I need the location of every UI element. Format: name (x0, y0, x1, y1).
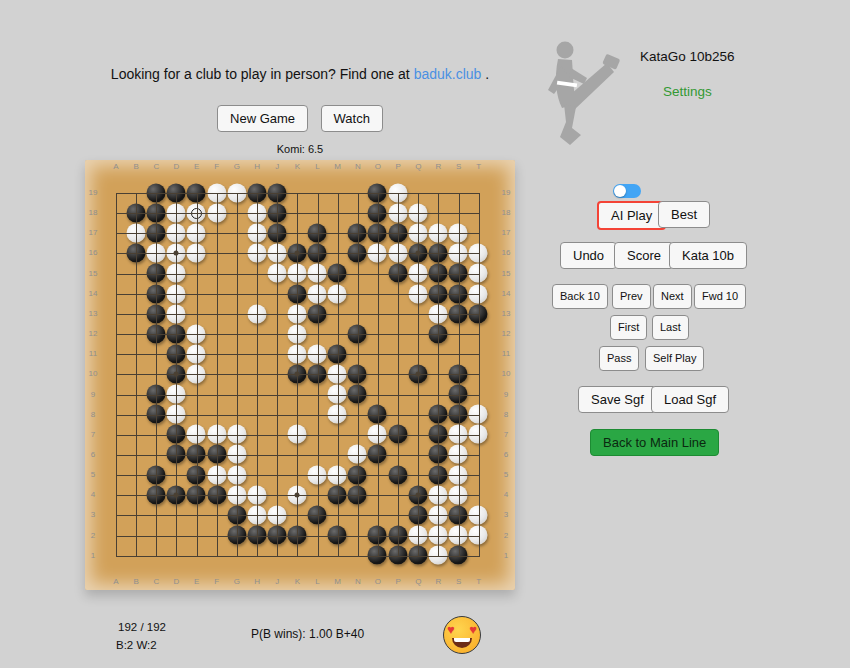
column-label: O (375, 578, 381, 586)
go-board[interactable]: AABBCCDDEEFFGGHHJJKKLLMMNNOOPPQQRRSSTT19… (85, 160, 515, 590)
row-label: 14 (89, 290, 98, 298)
column-label: C (153, 578, 159, 586)
undo-button[interactable]: Undo (560, 242, 617, 269)
back-10-button[interactable]: Back 10 (552, 284, 608, 309)
move-counter: 192 / 192 (118, 621, 166, 633)
column-label: E (194, 163, 199, 171)
best-button[interactable]: Best (658, 201, 710, 228)
club-text-suffix: . (485, 66, 489, 82)
settings-link[interactable]: Settings (663, 84, 712, 99)
watch-button[interactable]: Watch (321, 105, 383, 132)
first-button[interactable]: First (610, 315, 647, 340)
last-button[interactable]: Last (652, 315, 689, 340)
fwd-10-button[interactable]: Fwd 10 (694, 284, 746, 309)
row-label: 19 (89, 189, 98, 197)
grid-line-v (438, 193, 439, 557)
grid-line-v (338, 193, 339, 557)
column-label: M (334, 578, 341, 586)
star-point (295, 251, 300, 256)
grid-line-v (479, 193, 480, 557)
star-point (416, 372, 421, 377)
column-label: Q (415, 163, 421, 171)
column-label: F (214, 163, 219, 171)
column-label: L (315, 578, 319, 586)
next-button[interactable]: Next (653, 284, 692, 309)
column-label: H (254, 163, 260, 171)
row-label: 7 (91, 431, 95, 439)
star-point (295, 372, 300, 377)
column-label: K (295, 163, 300, 171)
column-label: L (315, 163, 319, 171)
column-label: P (395, 578, 400, 586)
column-label: J (275, 578, 279, 586)
row-label: 6 (91, 451, 95, 459)
column-label: O (375, 163, 381, 171)
komi-label: Komi: 6.5 (85, 143, 515, 155)
grid-line-v (378, 193, 379, 557)
column-label: Q (415, 578, 421, 586)
new-game-button[interactable]: New Game (217, 105, 308, 132)
heart-eyes-emoji: ♥♥ (443, 616, 481, 654)
grid-line-h (116, 455, 480, 456)
kata-10b-button[interactable]: Kata 10b (669, 242, 747, 269)
column-label: G (234, 163, 240, 171)
column-label: G (234, 578, 240, 586)
star-point (174, 493, 179, 498)
row-label: 16 (89, 249, 98, 257)
star-point (416, 493, 421, 498)
baduk-club-link[interactable]: baduk.club (414, 66, 482, 82)
row-label: 11 (502, 350, 510, 358)
column-label: N (355, 163, 361, 171)
self-play-button[interactable]: Self Play (645, 346, 704, 371)
ai-play-button[interactable]: AI Play (597, 201, 666, 230)
grid-line-v (459, 193, 460, 557)
star-point (174, 251, 179, 256)
column-label: A (113, 163, 118, 171)
row-label: 12 (89, 330, 98, 338)
row-label: 13 (89, 310, 98, 318)
prev-button[interactable]: Prev (612, 284, 651, 309)
column-label: S (456, 578, 461, 586)
column-label: A (113, 578, 118, 586)
row-label: 15 (89, 270, 98, 278)
engine-name-label: KataGo 10b (640, 49, 712, 64)
karate-kick-logo (535, 38, 630, 150)
row-label: 6 (504, 451, 508, 459)
column-label: E (194, 578, 199, 586)
grid-line-h (116, 415, 480, 416)
row-label: 14 (502, 290, 511, 298)
row-label: 11 (89, 350, 97, 358)
column-label: B (133, 163, 138, 171)
column-label: D (174, 163, 180, 171)
row-label: 9 (504, 391, 508, 399)
column-label: F (214, 578, 219, 586)
column-label: T (476, 163, 481, 171)
grid-line-h (116, 475, 480, 476)
grid-line-v (358, 193, 359, 557)
row-label: 1 (91, 552, 95, 560)
row-label: 5 (504, 471, 508, 479)
row-label: 4 (504, 491, 508, 499)
win-probability-label: P(B wins): 1.00 B+40 (251, 627, 364, 641)
row-label: 8 (504, 411, 508, 419)
column-label: D (174, 578, 180, 586)
row-label: 18 (89, 209, 98, 217)
engine-visits-label: 256 (712, 49, 735, 64)
grid-line-h (116, 556, 480, 557)
load-sgf-button[interactable]: Load Sgf (651, 386, 729, 413)
row-label: 19 (502, 189, 511, 197)
column-label: T (476, 578, 481, 586)
grid-line-v (398, 193, 399, 557)
row-label: 8 (91, 411, 95, 419)
row-label: 2 (504, 532, 508, 540)
row-label: 9 (91, 391, 95, 399)
row-label: 3 (91, 511, 95, 519)
star-point (295, 493, 300, 498)
row-label: 12 (502, 330, 511, 338)
column-label: P (395, 163, 400, 171)
row-label: 7 (504, 431, 508, 439)
row-label: 15 (502, 270, 511, 278)
row-label: 5 (91, 471, 95, 479)
grid-line-h (116, 515, 480, 516)
column-label: S (456, 163, 461, 171)
back-to-main-line-button[interactable]: Back to Main Line (590, 429, 719, 456)
column-label: C (153, 163, 159, 171)
column-label: M (334, 163, 341, 171)
score-button[interactable]: Score (614, 242, 674, 269)
row-label: 10 (89, 370, 98, 378)
row-label: 16 (502, 249, 511, 257)
club-text-prefix: Looking for a club to play in person? Fi… (111, 66, 410, 82)
club-finder-text: Looking for a club to play in person? Fi… (85, 66, 515, 82)
grid-line-v (318, 193, 319, 557)
top-button-row: New Game Watch (85, 105, 515, 132)
column-label: R (436, 163, 442, 171)
row-label: 17 (89, 229, 98, 237)
row-label: 18 (502, 209, 511, 217)
grid-line-h (116, 435, 480, 436)
row-label: 1 (504, 552, 508, 560)
column-label: H (254, 578, 260, 586)
row-label: 3 (504, 511, 508, 519)
ai-play-toggle[interactable] (613, 184, 641, 198)
column-label: R (436, 578, 442, 586)
grid-line-h (116, 395, 480, 396)
row-label: 17 (502, 229, 511, 237)
star-point (416, 251, 421, 256)
row-label: 13 (502, 310, 511, 318)
column-label: N (355, 578, 361, 586)
grid-line-h (116, 536, 480, 537)
capture-counter: B:2 W:2 (116, 639, 157, 651)
column-label: B (133, 578, 138, 586)
row-label: 10 (502, 370, 511, 378)
column-label: J (275, 163, 279, 171)
pass-button[interactable]: Pass (599, 346, 639, 371)
column-label: K (295, 578, 300, 586)
toggle-knob (614, 185, 626, 197)
row-label: 4 (91, 491, 95, 499)
row-label: 2 (91, 532, 95, 540)
save-sgf-button[interactable]: Save Sgf (578, 386, 657, 413)
star-point (174, 372, 179, 377)
